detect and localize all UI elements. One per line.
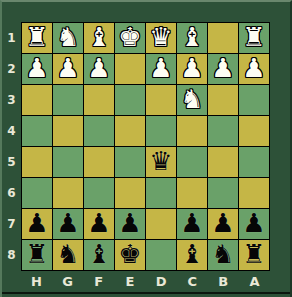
square-c2[interactable]: ♟ [177, 54, 207, 84]
square-a8[interactable]: ♜ [239, 240, 269, 270]
file-label-g: G [52, 272, 83, 291]
square-b2[interactable]: ♟ [208, 54, 238, 84]
square-f7[interactable]: ♟ [84, 209, 114, 239]
square-c4[interactable] [177, 116, 207, 146]
piece-wN-c3[interactable]: ♞ [180, 85, 203, 114]
square-g2[interactable]: ♟ [53, 54, 83, 84]
piece-wK-e1[interactable]: ♚ [118, 23, 141, 52]
piece-bB-c8[interactable]: ♝ [180, 240, 203, 269]
piece-wP-d2[interactable]: ♟ [149, 54, 172, 83]
square-a3[interactable] [239, 85, 269, 115]
piece-wB-f1[interactable]: ♝ [87, 23, 110, 52]
square-b5[interactable] [208, 147, 238, 177]
file-label-c: C [177, 272, 208, 291]
square-d4[interactable] [146, 116, 176, 146]
piece-wP-h2[interactable]: ♟ [25, 54, 48, 83]
square-g7[interactable]: ♟ [53, 209, 83, 239]
piece-wR-a1[interactable]: ♜ [242, 23, 265, 52]
rank-label-1: 1 [2, 22, 21, 53]
rank-label-6: 6 [2, 178, 21, 209]
square-b8[interactable]: ♞ [208, 240, 238, 270]
square-g8[interactable]: ♞ [53, 240, 83, 270]
square-d1[interactable]: ♛ [146, 23, 176, 53]
square-g1[interactable]: ♞ [53, 23, 83, 53]
bottom-divider [2, 292, 292, 294]
square-b4[interactable] [208, 116, 238, 146]
piece-bP-c7[interactable]: ♟ [180, 209, 203, 238]
piece-wB-c1[interactable]: ♝ [180, 23, 203, 52]
piece-bP-h7[interactable]: ♟ [25, 209, 48, 238]
square-a6[interactable] [239, 178, 269, 208]
piece-bP-a7[interactable]: ♟ [242, 209, 265, 238]
square-g3[interactable] [53, 85, 83, 115]
rank-label-5: 5 [2, 147, 21, 178]
square-a4[interactable] [239, 116, 269, 146]
square-f2[interactable]: ♟ [84, 54, 114, 84]
square-e7[interactable]: ♟ [115, 209, 145, 239]
square-b1[interactable] [208, 23, 238, 53]
square-f5[interactable] [84, 147, 114, 177]
piece-bQ-d5[interactable]: ♛ [149, 147, 172, 176]
square-e5[interactable] [115, 147, 145, 177]
rank-label-7: 7 [2, 209, 21, 240]
rank-label-8: 8 [2, 240, 21, 271]
piece-wR-h1[interactable]: ♜ [25, 23, 48, 52]
file-label-a: A [239, 272, 270, 291]
piece-wN-g1[interactable]: ♞ [56, 23, 79, 52]
chess-board[interactable]: ♜♞♝♚♛♝♜♟♟♟♟♟♟♟♞♛♟♟♟♟♟♟♟♜♞♝♚♝♞♜ [21, 22, 270, 271]
square-h4[interactable] [22, 116, 52, 146]
file-label-e: E [114, 272, 145, 291]
square-g5[interactable] [53, 147, 83, 177]
square-h6[interactable] [22, 178, 52, 208]
square-h5[interactable] [22, 147, 52, 177]
file-label-row: HGFEDCBA [21, 272, 270, 291]
square-d8[interactable] [146, 240, 176, 270]
square-b7[interactable]: ♟ [208, 209, 238, 239]
square-e4[interactable] [115, 116, 145, 146]
piece-bP-g7[interactable]: ♟ [56, 209, 79, 238]
piece-bN-g8[interactable]: ♞ [56, 240, 79, 269]
square-c1[interactable]: ♝ [177, 23, 207, 53]
rank-label-4: 4 [2, 115, 21, 146]
rank-label-column: 12345678 [2, 22, 21, 271]
piece-wP-c2[interactable]: ♟ [180, 54, 203, 83]
square-e2[interactable] [115, 54, 145, 84]
chess-board-window: 12345678 ♜♞♝♚♛♝♜♟♟♟♟♟♟♟♞♛♟♟♟♟♟♟♟♜♞♝♚♝♞♜ … [0, 0, 292, 297]
square-d5[interactable]: ♛ [146, 147, 176, 177]
square-c3[interactable]: ♞ [177, 85, 207, 115]
square-a1[interactable]: ♜ [239, 23, 269, 53]
square-f8[interactable]: ♝ [84, 240, 114, 270]
square-d3[interactable] [146, 85, 176, 115]
square-h8[interactable]: ♜ [22, 240, 52, 270]
square-f6[interactable] [84, 178, 114, 208]
square-d7[interactable] [146, 209, 176, 239]
square-g6[interactable] [53, 178, 83, 208]
square-h1[interactable]: ♜ [22, 23, 52, 53]
square-c8[interactable]: ♝ [177, 240, 207, 270]
piece-bK-e8[interactable]: ♚ [118, 240, 141, 269]
piece-wQ-d1[interactable]: ♛ [149, 23, 172, 52]
piece-bR-a8[interactable]: ♜ [242, 240, 265, 269]
rank-label-3: 3 [2, 84, 21, 115]
file-label-b: B [208, 272, 239, 291]
square-h3[interactable] [22, 85, 52, 115]
piece-wP-f2[interactable]: ♟ [87, 54, 110, 83]
square-d2[interactable]: ♟ [146, 54, 176, 84]
square-h2[interactable]: ♟ [22, 54, 52, 84]
square-h7[interactable]: ♟ [22, 209, 52, 239]
file-label-h: H [21, 272, 52, 291]
piece-bB-f8[interactable]: ♝ [87, 240, 110, 269]
square-a2[interactable]: ♟ [239, 54, 269, 84]
square-c7[interactable]: ♟ [177, 209, 207, 239]
rank-label-2: 2 [2, 53, 21, 84]
piece-bR-h8[interactable]: ♜ [25, 240, 48, 269]
piece-bP-f7[interactable]: ♟ [87, 209, 110, 238]
square-a7[interactable]: ♟ [239, 209, 269, 239]
square-f4[interactable] [84, 116, 114, 146]
square-c5[interactable] [177, 147, 207, 177]
square-d6[interactable] [146, 178, 176, 208]
piece-bP-e7[interactable]: ♟ [118, 209, 141, 238]
square-e6[interactable] [115, 178, 145, 208]
piece-bP-b7[interactable]: ♟ [211, 209, 234, 238]
file-label-d: D [146, 272, 177, 291]
square-a5[interactable] [239, 147, 269, 177]
square-f1[interactable]: ♝ [84, 23, 114, 53]
square-e1[interactable]: ♚ [115, 23, 145, 53]
square-g4[interactable] [53, 116, 83, 146]
square-f3[interactable] [84, 85, 114, 115]
file-label-f: F [83, 272, 114, 291]
square-e3[interactable] [115, 85, 145, 115]
square-c6[interactable] [177, 178, 207, 208]
piece-wP-b2[interactable]: ♟ [211, 54, 234, 83]
square-e8[interactable]: ♚ [115, 240, 145, 270]
piece-wP-g2[interactable]: ♟ [56, 54, 79, 83]
square-b6[interactable] [208, 178, 238, 208]
square-b3[interactable] [208, 85, 238, 115]
piece-wP-a2[interactable]: ♟ [242, 54, 265, 83]
piece-bN-b8[interactable]: ♞ [211, 240, 234, 269]
